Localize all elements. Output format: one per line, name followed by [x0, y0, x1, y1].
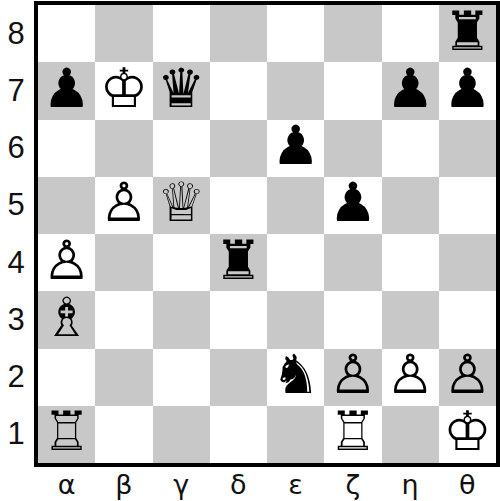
square-c4[interactable]	[153, 234, 210, 291]
white-queen-piece: ♕	[157, 177, 205, 231]
square-g6[interactable]	[382, 120, 439, 177]
rank-label-3: 3	[0, 291, 32, 348]
square-a7[interactable]: ♟	[38, 62, 95, 119]
rank-label-8: 8	[0, 5, 32, 62]
square-f5[interactable]: ♟	[324, 177, 381, 234]
black-rook-piece: ♜	[214, 234, 262, 288]
square-e2[interactable]: ♞	[267, 349, 324, 406]
square-f4[interactable]	[324, 234, 381, 291]
square-h7[interactable]: ♟	[439, 62, 496, 119]
square-a8[interactable]	[38, 5, 95, 62]
square-b6[interactable]	[95, 120, 152, 177]
board: ♜♟♔♛♟♟♟♙♕♟♙♜♗♞♙♙♙♖♖♔	[34, 1, 500, 467]
square-f8[interactable]	[324, 5, 381, 62]
rank-label-1: 1	[0, 406, 32, 463]
square-a1[interactable]: ♖	[38, 406, 95, 463]
square-e6[interactable]: ♟	[267, 120, 324, 177]
file-label-h: θ	[439, 466, 496, 500]
square-a2[interactable]	[38, 349, 95, 406]
square-g7[interactable]: ♟	[382, 62, 439, 119]
square-e3[interactable]	[267, 291, 324, 348]
black-pawn-piece: ♟	[42, 62, 90, 116]
white-bishop-piece: ♗	[42, 291, 90, 345]
black-pawn-piece: ♟	[271, 120, 319, 174]
white-rook-piece: ♖	[329, 406, 377, 460]
file-labels: αβγδεζηθ	[38, 466, 496, 500]
white-king-piece: ♔	[100, 62, 148, 116]
square-h4[interactable]	[439, 234, 496, 291]
square-h5[interactable]	[439, 177, 496, 234]
square-b7[interactable]: ♔	[95, 62, 152, 119]
black-knight-piece: ♞	[271, 349, 319, 403]
white-pawn-piece: ♙	[42, 234, 90, 288]
square-e8[interactable]	[267, 5, 324, 62]
square-c6[interactable]	[153, 120, 210, 177]
square-f6[interactable]	[324, 120, 381, 177]
square-d3[interactable]	[210, 291, 267, 348]
black-pawn-piece: ♟	[386, 62, 434, 116]
square-c8[interactable]	[153, 5, 210, 62]
square-h6[interactable]	[439, 120, 496, 177]
file-label-d: δ	[210, 466, 267, 500]
white-rook-piece: ♖	[42, 406, 90, 460]
white-pawn-piece: ♙	[329, 349, 377, 403]
square-f1[interactable]: ♖	[324, 406, 381, 463]
white-pawn-piece: ♙	[100, 177, 148, 231]
square-d6[interactable]	[210, 120, 267, 177]
square-b1[interactable]	[95, 406, 152, 463]
square-e4[interactable]	[267, 234, 324, 291]
square-a5[interactable]	[38, 177, 95, 234]
rank-label-6: 6	[0, 120, 32, 177]
black-pawn-piece: ♟	[443, 62, 491, 116]
square-d5[interactable]	[210, 177, 267, 234]
square-d8[interactable]	[210, 5, 267, 62]
rank-labels: 87654321	[0, 5, 32, 463]
square-f2[interactable]: ♙	[324, 349, 381, 406]
black-rook-piece: ♜	[443, 5, 491, 59]
file-label-f: ζ	[324, 466, 381, 500]
square-d7[interactable]	[210, 62, 267, 119]
rank-label-4: 4	[0, 234, 32, 291]
square-a6[interactable]	[38, 120, 95, 177]
rank-label-7: 7	[0, 62, 32, 119]
file-label-b: β	[95, 466, 152, 500]
square-c2[interactable]	[153, 349, 210, 406]
square-h2[interactable]: ♙	[439, 349, 496, 406]
square-d1[interactable]	[210, 406, 267, 463]
file-label-c: γ	[153, 466, 210, 500]
square-f7[interactable]	[324, 62, 381, 119]
square-b8[interactable]	[95, 5, 152, 62]
square-d2[interactable]	[210, 349, 267, 406]
square-e1[interactable]	[267, 406, 324, 463]
square-b4[interactable]	[95, 234, 152, 291]
square-e5[interactable]	[267, 177, 324, 234]
square-f3[interactable]	[324, 291, 381, 348]
square-c7[interactable]: ♛	[153, 62, 210, 119]
square-e7[interactable]	[267, 62, 324, 119]
square-b5[interactable]: ♙	[95, 177, 152, 234]
file-label-a: α	[38, 466, 95, 500]
square-g8[interactable]	[382, 5, 439, 62]
square-g1[interactable]	[382, 406, 439, 463]
square-g4[interactable]	[382, 234, 439, 291]
square-c1[interactable]	[153, 406, 210, 463]
rank-label-2: 2	[0, 349, 32, 406]
white-king-piece: ♔	[443, 406, 491, 460]
square-c5[interactable]: ♕	[153, 177, 210, 234]
square-d4[interactable]: ♜	[210, 234, 267, 291]
square-b2[interactable]	[95, 349, 152, 406]
white-pawn-piece: ♙	[386, 349, 434, 403]
file-label-g: η	[382, 466, 439, 500]
square-g3[interactable]	[382, 291, 439, 348]
square-b3[interactable]	[95, 291, 152, 348]
rank-label-5: 5	[0, 177, 32, 234]
square-h8[interactable]: ♜	[439, 5, 496, 62]
square-g2[interactable]: ♙	[382, 349, 439, 406]
square-c3[interactable]	[153, 291, 210, 348]
file-label-e: ε	[267, 466, 324, 500]
black-pawn-piece: ♟	[329, 177, 377, 231]
black-queen-piece: ♛	[157, 62, 205, 116]
chess-diagram: 87654321 ♜♟♔♛♟♟♟♙♕♟♙♜♗♞♙♙♙♖♖♔ αβγδεζηθ	[0, 0, 500, 501]
square-g5[interactable]	[382, 177, 439, 234]
square-h3[interactable]	[439, 291, 496, 348]
square-a3[interactable]: ♗	[38, 291, 95, 348]
square-h1[interactable]: ♔	[439, 406, 496, 463]
white-pawn-piece: ♙	[443, 349, 491, 403]
square-a4[interactable]: ♙	[38, 234, 95, 291]
